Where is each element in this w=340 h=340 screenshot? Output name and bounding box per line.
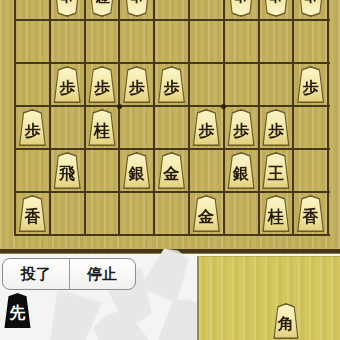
piece-kanji: 歩: [303, 80, 319, 96]
piece-face: 歩: [89, 68, 116, 102]
shogi-piece-3四[interactable]: 歩: [226, 0, 256, 17]
shogi-piece-1六[interactable]: 歩: [296, 66, 326, 103]
sente-turn-marker-icon: 先: [3, 293, 32, 328]
piece-kanji: 飛: [59, 166, 75, 182]
piece-kanji: 歩: [129, 80, 145, 96]
piece-kanji: 香: [24, 209, 40, 225]
piece-face: 歩: [54, 0, 81, 16]
piece-face: 香: [19, 197, 46, 231]
piece-kanji: 歩: [268, 0, 284, 4]
shogi-piece-2九[interactable]: 桂: [261, 195, 291, 232]
grid-line: [49, 0, 51, 236]
piece-kanji: 歩: [59, 80, 75, 96]
grid-line: [14, 191, 330, 193]
piece-face: 桂: [89, 111, 116, 145]
game-control-buttons: 投了 停止: [2, 258, 136, 290]
grid-line: [258, 0, 260, 236]
shogi-piece-5六[interactable]: 歩: [157, 66, 187, 103]
grid-line: [153, 0, 155, 236]
piece-kanji: 歩: [198, 123, 214, 139]
shogi-piece-8四[interactable]: 歩: [52, 0, 82, 17]
stop-button[interactable]: 停止: [69, 259, 136, 289]
piece-face: 歩: [297, 0, 324, 16]
piece-kanji: 飛: [94, 0, 110, 4]
piece-face: 歩: [123, 0, 150, 16]
shogi-board[interactable]: 歩飛歩歩歩歩歩歩歩歩歩歩桂歩歩歩飛銀金銀王香金桂香: [0, 0, 340, 254]
piece-kanji: 歩: [24, 123, 40, 139]
piece-face: 歩: [228, 0, 255, 16]
piece-kanji: 桂: [94, 123, 110, 139]
piece-face: 桂: [262, 197, 289, 231]
piece-face: 王: [262, 154, 289, 188]
shogi-piece-2八[interactable]: 王: [261, 152, 291, 189]
piece-face: 角: [274, 305, 299, 338]
bottom-panel: 投了 停止 先 角: [0, 254, 340, 340]
grid-line: [14, 148, 330, 150]
piece-face: 歩: [123, 68, 150, 102]
piece-face: 歩: [262, 0, 289, 16]
grid-line: [327, 0, 329, 236]
piece-face: 歩: [193, 111, 220, 145]
sente-komadai: 角: [197, 256, 340, 340]
piece-face: 歩: [262, 111, 289, 145]
piece-face: 歩: [19, 111, 46, 145]
shogi-piece-2七[interactable]: 歩: [261, 109, 291, 146]
grid-line: [14, 0, 16, 236]
piece-kanji: 王: [268, 166, 284, 182]
sente-marker-label: 先: [10, 305, 26, 321]
shogi-piece-1四[interactable]: 歩: [296, 0, 326, 17]
shogi-piece-6六[interactable]: 歩: [122, 66, 152, 103]
hand-piece-bishop[interactable]: 角: [272, 303, 300, 339]
shogi-piece-7六[interactable]: 歩: [87, 66, 117, 103]
piece-kanji: 銀: [129, 166, 145, 182]
watermark-piece-icon: [39, 288, 105, 340]
resign-button[interactable]: 投了: [3, 259, 69, 289]
piece-kanji: 金: [198, 209, 214, 225]
piece-face: 香: [297, 197, 324, 231]
piece-face: 金: [158, 154, 185, 188]
piece-kanji: 金: [164, 166, 180, 182]
shogi-piece-6四[interactable]: 歩: [122, 0, 152, 17]
piece-face: 歩: [54, 68, 81, 102]
piece-kanji: 歩: [59, 0, 75, 4]
shogi-piece-8六[interactable]: 歩: [52, 66, 82, 103]
grid-line: [188, 0, 190, 236]
grid-line: [84, 0, 86, 236]
piece-kanji: 歩: [233, 0, 249, 4]
piece-kanji: 角: [278, 316, 294, 332]
piece-face: 歩: [158, 68, 185, 102]
grid-line: [14, 19, 330, 21]
grid-line: [14, 105, 330, 107]
shogi-piece-6八[interactable]: 銀: [122, 152, 152, 189]
shogi-piece-2四[interactable]: 歩: [261, 0, 291, 17]
hoshi-point: [117, 104, 122, 109]
grid-line: [14, 62, 330, 64]
shogi-piece-7四[interactable]: 飛: [87, 0, 117, 17]
shogi-piece-9七[interactable]: 歩: [17, 109, 47, 146]
grid-line: [118, 0, 120, 236]
piece-kanji: 歩: [164, 80, 180, 96]
piece-face: 銀: [228, 154, 255, 188]
piece-face: 歩: [228, 111, 255, 145]
grid-line: [292, 0, 294, 236]
shogi-piece-4九[interactable]: 金: [191, 195, 221, 232]
piece-kanji: 銀: [233, 166, 249, 182]
shogi-piece-7七[interactable]: 桂: [87, 109, 117, 146]
shogi-piece-1九[interactable]: 香: [296, 195, 326, 232]
piece-kanji: 香: [303, 209, 319, 225]
shogi-piece-4七[interactable]: 歩: [191, 109, 221, 146]
grid-line: [223, 0, 225, 236]
piece-kanji: 歩: [129, 0, 145, 4]
piece-face: 飛: [54, 154, 81, 188]
piece-face: 銀: [123, 154, 150, 188]
piece-kanji: 歩: [233, 123, 249, 139]
piece-kanji: 歩: [268, 123, 284, 139]
piece-face: 飛: [89, 0, 116, 16]
piece-kanji: 歩: [303, 0, 319, 4]
shogi-piece-5八[interactable]: 金: [157, 152, 187, 189]
piece-kanji: 桂: [268, 209, 284, 225]
shogi-piece-9九[interactable]: 香: [17, 195, 47, 232]
piece-face: 歩: [297, 68, 324, 102]
shogi-piece-8八[interactable]: 飛: [52, 152, 82, 189]
piece-kanji: 歩: [94, 80, 110, 96]
piece-face: 金: [193, 197, 220, 231]
grid-line: [14, 234, 330, 236]
shogi-piece-3八[interactable]: 銀: [226, 152, 256, 189]
shogi-piece-3七[interactable]: 歩: [226, 109, 256, 146]
hoshi-point: [221, 104, 226, 109]
